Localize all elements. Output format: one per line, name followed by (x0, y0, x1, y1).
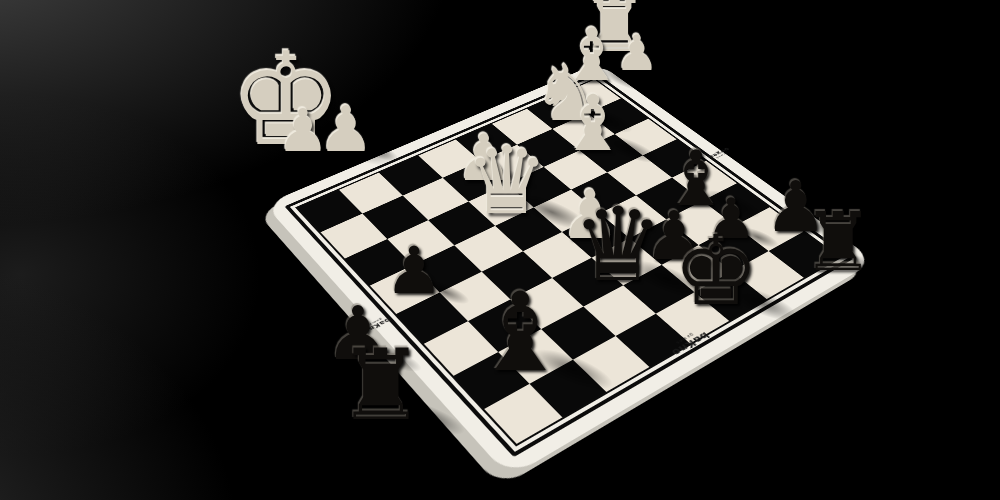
chess-scene: baKno games baKno games baKno games ♜♟♝♞… (0, 0, 1000, 500)
black-rook-a8[interactable]: ♜ (337, 336, 425, 434)
white-pawn-b2[interactable]: ♟ (318, 98, 374, 161)
black-queen-e7[interactable]: ♛ (572, 194, 663, 296)
black-bishop-c8[interactable]: ♝ (471, 278, 569, 387)
black-pawn-b6[interactable]: ♟ (385, 238, 443, 303)
white-queen-c5[interactable]: ♛ (465, 135, 548, 228)
black-rook-h8[interactable]: ♜ (802, 202, 875, 283)
black-king-f8[interactable]: ♚ (673, 223, 759, 319)
white-bishop-f4[interactable]: ♝ (558, 85, 627, 162)
